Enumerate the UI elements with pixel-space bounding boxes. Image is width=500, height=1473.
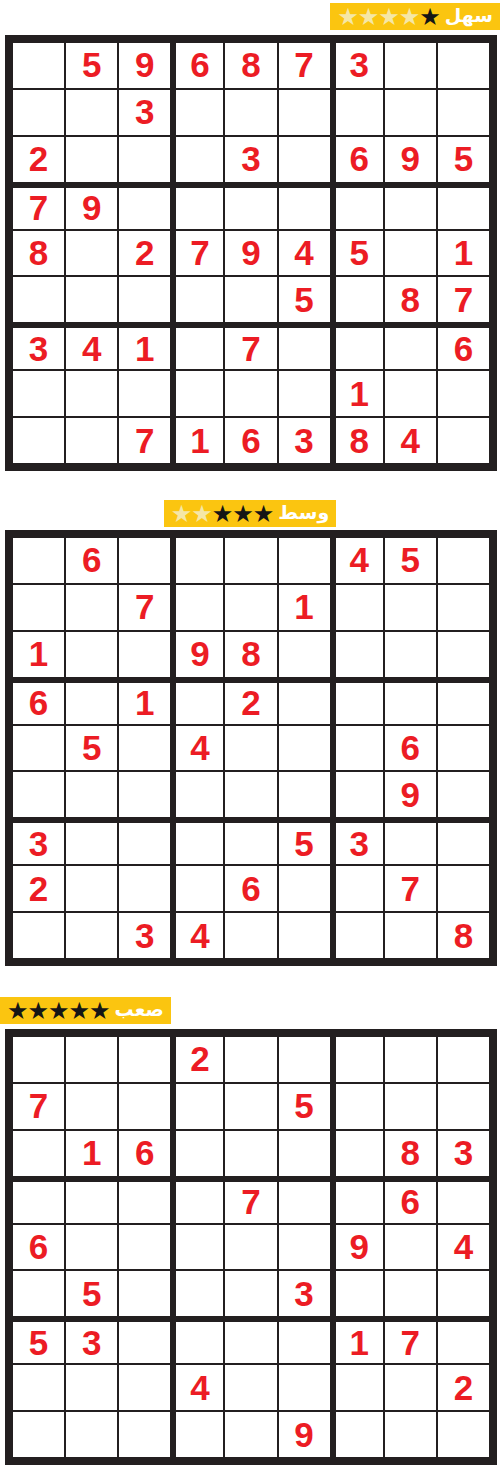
cell-medium-r4c6[interactable]	[278, 678, 331, 725]
cell-hard-r2c1[interactable]: 7	[12, 1083, 65, 1130]
cell-medium-r2c7[interactable]	[331, 584, 384, 631]
cell-hard-r6c8[interactable]	[384, 1270, 437, 1317]
cell-medium-r7c5[interactable]	[224, 818, 277, 865]
cell-easy-r1c5[interactable]: 8	[224, 42, 277, 89]
cell-easy-r3c6[interactable]	[278, 136, 331, 183]
cell-easy-r3c5[interactable]: 3	[224, 136, 277, 183]
cell-easy-r6c7[interactable]	[331, 276, 384, 323]
cell-hard-r5c7[interactable]: 9	[331, 1224, 384, 1271]
cell-medium-r8c1[interactable]: 2	[12, 865, 65, 912]
cell-hard-r6c9[interactable]	[437, 1270, 490, 1317]
cell-easy-r8c6[interactable]	[278, 370, 331, 417]
cell-easy-r6c2[interactable]	[65, 276, 118, 323]
cell-hard-r2c8[interactable]	[384, 1083, 437, 1130]
cell-hard-r4c7[interactable]	[331, 1177, 384, 1224]
sudoku-grid-medium: 645711986125469353267348	[5, 530, 497, 966]
cell-hard-r8c2[interactable]	[65, 1364, 118, 1411]
cell-medium-r6c4[interactable]	[171, 771, 224, 818]
cell-easy-r6c1[interactable]	[12, 276, 65, 323]
cell-medium-r9c2[interactable]	[65, 912, 118, 959]
cell-medium-r3c8[interactable]	[384, 631, 437, 678]
puzzle-section-easy: ★★★★★ سهل 596873323695798279451587341761…	[0, 3, 500, 471]
cell-easy-r7c9[interactable]: 6	[437, 323, 490, 370]
cell-medium-r5c4[interactable]: 4	[171, 725, 224, 772]
cell-medium-r7c9[interactable]	[437, 818, 490, 865]
cell-easy-r2c8[interactable]	[384, 89, 437, 136]
cell-hard-r2c3[interactable]	[118, 1083, 171, 1130]
cell-hard-r8c8[interactable]	[384, 1364, 437, 1411]
cell-medium-r8c3[interactable]	[118, 865, 171, 912]
cell-hard-r1c6[interactable]	[278, 1036, 331, 1083]
cell-hard-r3c9[interactable]: 3	[437, 1130, 490, 1177]
cell-hard-r8c3[interactable]	[118, 1364, 171, 1411]
cell-easy-r7c6[interactable]	[278, 323, 331, 370]
cell-easy-r6c3[interactable]	[118, 276, 171, 323]
difficulty-banner-hard: ★★★★★ صعب	[0, 997, 171, 1024]
cell-easy-r1c2[interactable]: 5	[65, 42, 118, 89]
cell-hard-r7c8[interactable]: 7	[384, 1317, 437, 1364]
banner-row-hard: ★★★★★ صعب	[0, 997, 500, 1024]
cell-medium-r9c3[interactable]: 3	[118, 912, 171, 959]
cell-hard-r8c5[interactable]	[224, 1364, 277, 1411]
cell-hard-r5c2[interactable]	[65, 1224, 118, 1271]
cell-medium-r5c3[interactable]	[118, 725, 171, 772]
cell-hard-r8c7[interactable]	[331, 1364, 384, 1411]
cell-hard-r9c5[interactable]	[224, 1411, 277, 1458]
cell-medium-r1c7[interactable]: 4	[331, 537, 384, 584]
cell-medium-r7c2[interactable]	[65, 818, 118, 865]
cell-easy-r6c4[interactable]	[171, 276, 224, 323]
cell-hard-r2c9[interactable]	[437, 1083, 490, 1130]
cell-hard-r6c4[interactable]	[171, 1270, 224, 1317]
cell-hard-r5c6[interactable]	[278, 1224, 331, 1271]
cell-easy-r1c6[interactable]: 7	[278, 42, 331, 89]
difficulty-stars-medium: ★★★★★	[171, 500, 274, 527]
cell-hard-r3c5[interactable]	[224, 1130, 277, 1177]
cell-medium-r4c1[interactable]: 6	[12, 678, 65, 725]
cell-hard-r9c9[interactable]	[437, 1411, 490, 1458]
cell-medium-r5c1[interactable]	[12, 725, 65, 772]
cell-medium-r9c6[interactable]	[278, 912, 331, 959]
cell-easy-r7c3[interactable]: 1	[118, 323, 171, 370]
cell-medium-r5c2[interactable]: 5	[65, 725, 118, 772]
cell-easy-r2c1[interactable]	[12, 89, 65, 136]
cell-medium-r3c9[interactable]	[437, 631, 490, 678]
cell-hard-r7c9[interactable]	[437, 1317, 490, 1364]
cell-medium-r2c8[interactable]	[384, 584, 437, 631]
cell-easy-r3c2[interactable]	[65, 136, 118, 183]
cell-medium-r5c6[interactable]	[278, 725, 331, 772]
cell-hard-r4c8[interactable]: 6	[384, 1177, 437, 1224]
cell-easy-r3c7[interactable]: 6	[331, 136, 384, 183]
cell-hard-r3c3[interactable]: 6	[118, 1130, 171, 1177]
cell-medium-r8c9[interactable]	[437, 865, 490, 912]
cell-medium-r6c1[interactable]	[12, 771, 65, 818]
cell-medium-r8c5[interactable]: 6	[224, 865, 277, 912]
cell-medium-r9c1[interactable]	[12, 912, 65, 959]
cell-hard-r1c5[interactable]	[224, 1036, 277, 1083]
cell-medium-r2c9[interactable]	[437, 584, 490, 631]
cell-easy-r4c3[interactable]	[118, 183, 171, 230]
cell-hard-r1c1[interactable]	[12, 1036, 65, 1083]
cell-hard-r8c6[interactable]	[278, 1364, 331, 1411]
cell-easy-r3c3[interactable]	[118, 136, 171, 183]
cell-easy-r1c1[interactable]	[12, 42, 65, 89]
cell-medium-r7c6[interactable]: 5	[278, 818, 331, 865]
cell-easy-r8c8[interactable]	[384, 370, 437, 417]
cell-easy-r9c5[interactable]: 6	[224, 417, 277, 464]
cell-easy-r4c2[interactable]: 9	[65, 183, 118, 230]
cell-hard-r7c2[interactable]: 3	[65, 1317, 118, 1364]
star-empty-icon: ★	[171, 500, 192, 527]
cell-hard-r9c8[interactable]	[384, 1411, 437, 1458]
cell-medium-r7c7[interactable]: 3	[331, 818, 384, 865]
cell-hard-r9c6[interactable]: 9	[278, 1411, 331, 1458]
cell-medium-r4c9[interactable]	[437, 678, 490, 725]
cell-easy-r8c5[interactable]	[224, 370, 277, 417]
star-empty-icon: ★	[358, 3, 379, 30]
sudoku-grid-easy: 596873323695798279451587341761716384	[5, 35, 497, 471]
cell-easy-r6c8[interactable]: 8	[384, 276, 437, 323]
cell-easy-r4c7[interactable]	[331, 183, 384, 230]
cell-medium-r3c5[interactable]: 8	[224, 631, 277, 678]
cell-easy-r7c7[interactable]	[331, 323, 384, 370]
cell-hard-r7c7[interactable]: 1	[331, 1317, 384, 1364]
star-filled-icon: ★	[89, 997, 110, 1024]
cell-hard-r1c2[interactable]	[65, 1036, 118, 1083]
difficulty-banner-medium: ★★★★★ وسط	[164, 500, 336, 527]
cell-easy-r5c7[interactable]: 5	[331, 230, 384, 277]
cell-easy-r9c9[interactable]	[437, 417, 490, 464]
cell-easy-r5c8[interactable]	[384, 230, 437, 277]
cell-easy-r9c4[interactable]: 1	[171, 417, 224, 464]
cell-hard-r2c2[interactable]	[65, 1083, 118, 1130]
star-empty-icon: ★	[191, 500, 212, 527]
cell-easy-r9c3[interactable]: 7	[118, 417, 171, 464]
cell-hard-r5c9[interactable]: 4	[437, 1224, 490, 1271]
cell-easy-r5c6[interactable]: 4	[278, 230, 331, 277]
cell-medium-r1c5[interactable]	[224, 537, 277, 584]
cell-easy-r8c3[interactable]	[118, 370, 171, 417]
cell-hard-r2c4[interactable]	[171, 1083, 224, 1130]
puzzle-section-medium: ★★★★★ وسط 645711986125469353267348	[0, 500, 500, 966]
cell-hard-r4c4[interactable]	[171, 1177, 224, 1224]
cell-medium-r7c4[interactable]	[171, 818, 224, 865]
cell-easy-r5c5[interactable]: 9	[224, 230, 277, 277]
banner-row-easy: ★★★★★ سهل	[0, 3, 500, 30]
cell-medium-r1c9[interactable]	[437, 537, 490, 584]
cell-easy-r7c4[interactable]	[171, 323, 224, 370]
cell-hard-r6c3[interactable]	[118, 1270, 171, 1317]
cell-easy-r8c7[interactable]: 1	[331, 370, 384, 417]
cell-easy-r3c4[interactable]	[171, 136, 224, 183]
difficulty-label-hard: صعب	[115, 996, 164, 1026]
cell-easy-r2c4[interactable]	[171, 89, 224, 136]
difficulty-stars-hard: ★★★★★	[7, 997, 110, 1024]
star-filled-icon: ★	[419, 3, 440, 30]
cell-medium-r3c7[interactable]	[331, 631, 384, 678]
cell-medium-r1c2[interactable]: 6	[65, 537, 118, 584]
cell-easy-r5c3[interactable]: 2	[118, 230, 171, 277]
cell-hard-r9c2[interactable]	[65, 1411, 118, 1458]
cell-medium-r5c9[interactable]	[437, 725, 490, 772]
difficulty-banner-easy: ★★★★★ سهل	[330, 3, 500, 30]
cell-medium-r2c4[interactable]	[171, 584, 224, 631]
cell-medium-r2c1[interactable]	[12, 584, 65, 631]
cell-easy-r7c5[interactable]: 7	[224, 323, 277, 370]
star-empty-icon: ★	[378, 3, 399, 30]
cell-easy-r7c2[interactable]: 4	[65, 323, 118, 370]
cell-medium-r3c6[interactable]	[278, 631, 331, 678]
cell-medium-r7c8[interactable]	[384, 818, 437, 865]
cell-medium-r8c2[interactable]	[65, 865, 118, 912]
sudoku-grid-hard: 275168376694535317429	[5, 1029, 497, 1465]
cell-medium-r9c7[interactable]	[331, 912, 384, 959]
star-filled-icon: ★	[28, 997, 49, 1024]
cell-hard-r5c8[interactable]	[384, 1224, 437, 1271]
star-empty-icon: ★	[337, 3, 358, 30]
cell-hard-r3c8[interactable]: 8	[384, 1130, 437, 1177]
cell-medium-r5c8[interactable]: 6	[384, 725, 437, 772]
cell-medium-r2c5[interactable]	[224, 584, 277, 631]
cell-hard-r8c9[interactable]: 2	[437, 1364, 490, 1411]
cell-medium-r7c3[interactable]	[118, 818, 171, 865]
cell-medium-r6c9[interactable]	[437, 771, 490, 818]
cell-easy-r8c4[interactable]	[171, 370, 224, 417]
cell-hard-r6c2[interactable]: 5	[65, 1270, 118, 1317]
cell-hard-r4c1[interactable]	[12, 1177, 65, 1224]
puzzle-section-hard: ★★★★★ صعب 275168376694535317429	[0, 997, 500, 1465]
cell-medium-r4c3[interactable]: 1	[118, 678, 171, 725]
cell-hard-r5c4[interactable]	[171, 1224, 224, 1271]
cell-medium-r1c8[interactable]: 5	[384, 537, 437, 584]
cell-hard-r1c9[interactable]	[437, 1036, 490, 1083]
cell-hard-r4c3[interactable]	[118, 1177, 171, 1224]
cell-medium-r6c7[interactable]	[331, 771, 384, 818]
cell-hard-r7c3[interactable]	[118, 1317, 171, 1364]
cell-medium-r4c7[interactable]	[331, 678, 384, 725]
cell-hard-r8c1[interactable]	[12, 1364, 65, 1411]
cell-easy-r6c6[interactable]: 5	[278, 276, 331, 323]
cell-medium-r7c1[interactable]: 3	[12, 818, 65, 865]
cell-hard-r9c4[interactable]	[171, 1411, 224, 1458]
cell-medium-r4c2[interactable]	[65, 678, 118, 725]
cell-easy-r2c7[interactable]	[331, 89, 384, 136]
cell-medium-r5c7[interactable]	[331, 725, 384, 772]
cell-easy-r3c1[interactable]: 2	[12, 136, 65, 183]
cell-easy-r1c8[interactable]	[384, 42, 437, 89]
cell-easy-r4c4[interactable]	[171, 183, 224, 230]
cell-easy-r8c1[interactable]	[12, 370, 65, 417]
cell-medium-r9c5[interactable]	[224, 912, 277, 959]
cell-hard-r6c6[interactable]: 3	[278, 1270, 331, 1317]
cell-hard-r1c8[interactable]	[384, 1036, 437, 1083]
cell-hard-r3c1[interactable]	[12, 1130, 65, 1177]
cell-easy-r6c5[interactable]	[224, 276, 277, 323]
cell-easy-r3c8[interactable]: 9	[384, 136, 437, 183]
cell-hard-r2c5[interactable]	[224, 1083, 277, 1130]
cell-easy-r9c8[interactable]: 4	[384, 417, 437, 464]
difficulty-stars-easy: ★★★★★	[337, 3, 440, 30]
star-filled-icon: ★	[7, 997, 28, 1024]
cell-medium-r3c3[interactable]	[118, 631, 171, 678]
cell-easy-r2c2[interactable]	[65, 89, 118, 136]
cell-easy-r1c7[interactable]: 3	[331, 42, 384, 89]
cell-hard-r7c1[interactable]: 5	[12, 1317, 65, 1364]
cell-easy-r9c2[interactable]	[65, 417, 118, 464]
cell-medium-r6c8[interactable]: 9	[384, 771, 437, 818]
cell-medium-r8c8[interactable]: 7	[384, 865, 437, 912]
cell-medium-r1c6[interactable]	[278, 537, 331, 584]
cell-easy-r9c7[interactable]: 8	[331, 417, 384, 464]
cell-medium-r4c4[interactable]	[171, 678, 224, 725]
cell-easy-r4c9[interactable]	[437, 183, 490, 230]
cell-medium-r4c8[interactable]	[384, 678, 437, 725]
cell-hard-r8c4[interactable]: 4	[171, 1364, 224, 1411]
cell-easy-r4c5[interactable]	[224, 183, 277, 230]
cell-medium-r1c1[interactable]	[12, 537, 65, 584]
star-filled-icon: ★	[69, 997, 90, 1024]
cell-easy-r4c1[interactable]: 7	[12, 183, 65, 230]
cell-easy-r5c9[interactable]: 1	[437, 230, 490, 277]
star-filled-icon: ★	[48, 997, 69, 1024]
cell-easy-r7c1[interactable]: 3	[12, 323, 65, 370]
cell-medium-r8c4[interactable]	[171, 865, 224, 912]
cell-hard-r5c5[interactable]	[224, 1224, 277, 1271]
cell-hard-r3c7[interactable]	[331, 1130, 384, 1177]
cell-hard-r2c7[interactable]	[331, 1083, 384, 1130]
cell-medium-r1c3[interactable]	[118, 537, 171, 584]
cell-hard-r4c6[interactable]	[278, 1177, 331, 1224]
star-empty-icon: ★	[399, 3, 420, 30]
cell-easy-r1c9[interactable]	[437, 42, 490, 89]
cell-easy-r8c2[interactable]	[65, 370, 118, 417]
cell-medium-r9c4[interactable]: 4	[171, 912, 224, 959]
difficulty-label-easy: سهل	[445, 2, 493, 32]
cell-medium-r2c2[interactable]	[65, 584, 118, 631]
cell-medium-r3c4[interactable]: 9	[171, 631, 224, 678]
star-filled-icon: ★	[253, 500, 274, 527]
cell-hard-r4c2[interactable]	[65, 1177, 118, 1224]
cell-easy-r2c3[interactable]: 3	[118, 89, 171, 136]
cell-hard-r3c4[interactable]	[171, 1130, 224, 1177]
cell-hard-r6c5[interactable]	[224, 1270, 277, 1317]
cell-easy-r5c1[interactable]: 8	[12, 230, 65, 277]
cell-medium-r2c3[interactable]: 7	[118, 584, 171, 631]
cell-easy-r5c2[interactable]	[65, 230, 118, 277]
cell-hard-r2c6[interactable]: 5	[278, 1083, 331, 1130]
cell-hard-r4c5[interactable]: 7	[224, 1177, 277, 1224]
cell-hard-r9c1[interactable]	[12, 1411, 65, 1458]
cell-easy-r1c4[interactable]: 6	[171, 42, 224, 89]
cell-medium-r8c7[interactable]	[331, 865, 384, 912]
cell-hard-r4c9[interactable]	[437, 1177, 490, 1224]
cell-hard-r6c7[interactable]	[331, 1270, 384, 1317]
cell-easy-r2c6[interactable]	[278, 89, 331, 136]
cell-hard-r1c3[interactable]	[118, 1036, 171, 1083]
cell-hard-r7c6[interactable]	[278, 1317, 331, 1364]
cell-hard-r1c4[interactable]: 2	[171, 1036, 224, 1083]
cell-medium-r4c5[interactable]: 2	[224, 678, 277, 725]
cell-hard-r5c3[interactable]	[118, 1224, 171, 1271]
cell-medium-r6c5[interactable]	[224, 771, 277, 818]
cell-medium-r3c1[interactable]: 1	[12, 631, 65, 678]
cell-easy-r6c9[interactable]: 7	[437, 276, 490, 323]
cell-medium-r6c2[interactable]	[65, 771, 118, 818]
cell-medium-r9c8[interactable]	[384, 912, 437, 959]
cell-medium-r8c6[interactable]	[278, 865, 331, 912]
cell-medium-r2c6[interactable]: 1	[278, 584, 331, 631]
cell-medium-r5c5[interactable]	[224, 725, 277, 772]
cell-easy-r3c9[interactable]: 5	[437, 136, 490, 183]
cell-easy-r9c1[interactable]	[12, 417, 65, 464]
cell-easy-r2c9[interactable]	[437, 89, 490, 136]
cell-easy-r7c8[interactable]	[384, 323, 437, 370]
cell-hard-r7c4[interactable]	[171, 1317, 224, 1364]
cell-medium-r3c2[interactable]	[65, 631, 118, 678]
cell-easy-r8c9[interactable]	[437, 370, 490, 417]
cell-hard-r5c1[interactable]: 6	[12, 1224, 65, 1271]
cell-hard-r9c7[interactable]	[331, 1411, 384, 1458]
cell-hard-r9c3[interactable]	[118, 1411, 171, 1458]
cell-hard-r3c2[interactable]: 1	[65, 1130, 118, 1177]
cell-medium-r9c9[interactable]: 8	[437, 912, 490, 959]
difficulty-label-medium: وسط	[278, 499, 329, 529]
cell-hard-r6c1[interactable]	[12, 1270, 65, 1317]
cell-easy-r1c3[interactable]: 9	[118, 42, 171, 89]
cell-easy-r2c5[interactable]	[224, 89, 277, 136]
star-filled-icon: ★	[212, 500, 233, 527]
star-filled-icon: ★	[232, 500, 253, 527]
cell-easy-r4c6[interactable]	[278, 183, 331, 230]
cell-easy-r4c8[interactable]	[384, 183, 437, 230]
cell-hard-r1c7[interactable]	[331, 1036, 384, 1083]
cell-easy-r9c6[interactable]: 3	[278, 417, 331, 464]
cell-medium-r6c6[interactable]	[278, 771, 331, 818]
cell-hard-r7c5[interactable]	[224, 1317, 277, 1364]
banner-row-medium: ★★★★★ وسط	[0, 500, 500, 527]
cell-medium-r6c3[interactable]	[118, 771, 171, 818]
cell-medium-r1c4[interactable]	[171, 537, 224, 584]
cell-hard-r3c6[interactable]	[278, 1130, 331, 1177]
cell-easy-r5c4[interactable]: 7	[171, 230, 224, 277]
